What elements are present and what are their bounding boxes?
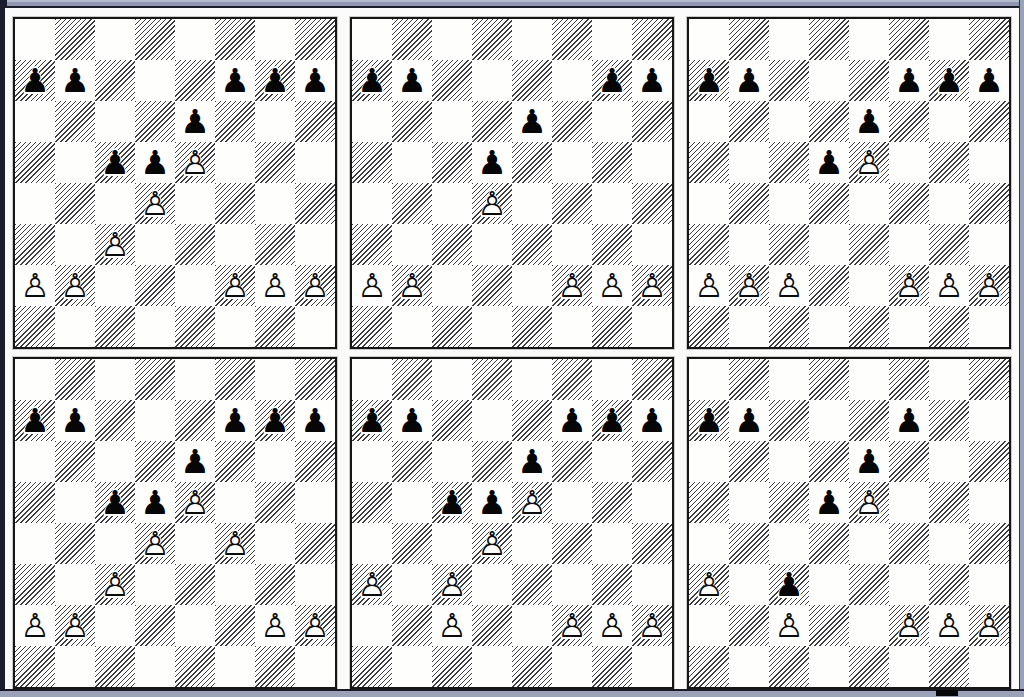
square: ♟♟ [632,60,672,101]
square: ♟♙ [432,564,472,605]
square [175,359,215,400]
square [215,19,255,60]
square [95,60,135,101]
white-pawn: ♟♙ [969,605,1009,646]
square [969,101,1009,142]
square [295,482,335,523]
square [255,142,295,183]
square [729,142,769,183]
square [55,359,95,400]
square [295,306,335,347]
black-pawn: ♟♟ [512,441,552,482]
square [552,482,592,523]
square [769,101,809,142]
square [55,142,95,183]
square [512,646,552,687]
chess-board: ♟♟♟♟♟♟♟♟♟♟♟♟♟♟♟♟♟♙♟♙♟♙♟♙♟♙♟♙♟♙♟♙ [15,19,335,347]
square [889,523,929,564]
square [432,101,472,142]
square [295,183,335,224]
square [472,441,512,482]
square [552,60,592,101]
square [592,441,632,482]
square [215,441,255,482]
square [295,441,335,482]
window-bottom-edge [0,689,1024,697]
square [689,142,729,183]
square: ♟♙ [552,605,592,646]
square [769,359,809,400]
white-pawn: ♟♙ [849,482,889,523]
square: ♟♟ [472,142,512,183]
square [849,306,889,347]
square [352,19,392,60]
square [809,19,849,60]
square [175,306,215,347]
square [849,646,889,687]
square [889,183,929,224]
square [352,359,392,400]
square [352,101,392,142]
chess-board: ♟♟♟♟♟♟♟♟♟♟♟♟♟♟♟♟♟♙♟♙♟♙♟♙♟♙♟♙♟♙♟♙ [15,359,335,687]
square: ♟♙ [352,265,392,306]
square [215,605,255,646]
square: ♟♙ [472,183,512,224]
black-pawn: ♟♟ [295,60,335,101]
square [255,19,295,60]
square [969,306,1009,347]
square: ♟♟ [689,400,729,441]
square [55,441,95,482]
black-pawn: ♟♟ [592,60,632,101]
square: ♟♟ [295,60,335,101]
square: ♟♟ [512,441,552,482]
black-pawn: ♟♟ [135,482,175,523]
square [352,482,392,523]
square [512,60,552,101]
square [689,523,729,564]
square [969,564,1009,605]
square [295,224,335,265]
square [392,224,432,265]
square [472,605,512,646]
square [392,306,432,347]
square [15,482,55,523]
square [969,646,1009,687]
square [135,265,175,306]
black-pawn: ♟♟ [15,60,55,101]
square: ♟♙ [295,605,335,646]
square [889,564,929,605]
square [392,183,432,224]
square: ♟♟ [809,482,849,523]
square [295,19,335,60]
square [552,359,592,400]
square: ♟♟ [352,60,392,101]
square: ♟♟ [95,142,135,183]
chess-board: ♟♟♟♟♟♟♟♟♟♟♟♙♟♙♟♟♟♙♟♙♟♙♟♙ [689,359,1009,687]
black-pawn: ♟♟ [95,482,135,523]
square [175,646,215,687]
square: ♟♟ [809,142,849,183]
square [849,224,889,265]
square [15,19,55,60]
white-pawn: ♟♙ [849,142,889,183]
square [809,224,849,265]
square [95,400,135,441]
white-pawn: ♟♙ [432,564,472,605]
square: ♟♟ [135,142,175,183]
square: ♟♟ [432,482,472,523]
square [135,400,175,441]
square [215,646,255,687]
square [255,359,295,400]
square: ♟♙ [889,605,929,646]
square [55,19,95,60]
square [135,564,175,605]
square [175,523,215,564]
black-pawn: ♟♟ [472,142,512,183]
square [632,482,672,523]
white-pawn: ♟♙ [592,605,632,646]
white-pawn: ♟♙ [729,265,769,306]
square [95,306,135,347]
square [295,142,335,183]
square [512,564,552,605]
white-pawn: ♟♙ [215,265,255,306]
square [809,564,849,605]
black-pawn: ♟♟ [889,400,929,441]
black-pawn: ♟♟ [552,400,592,441]
white-pawn: ♟♙ [175,482,215,523]
square: ♟♙ [175,482,215,523]
square [512,142,552,183]
square: ♟♙ [95,224,135,265]
square [969,142,1009,183]
white-pawn: ♟♙ [632,265,672,306]
square: ♟♟ [175,441,215,482]
square: ♟♙ [215,265,255,306]
square [255,224,295,265]
square: ♟♙ [472,523,512,564]
square: ♟♟ [729,400,769,441]
square [729,564,769,605]
square [175,605,215,646]
square [969,400,1009,441]
square: ♟♟ [512,101,552,142]
square [472,306,512,347]
square [215,142,255,183]
square [472,224,512,265]
square [689,19,729,60]
square [175,224,215,265]
black-pawn: ♟♟ [352,400,392,441]
square [552,564,592,605]
square [889,482,929,523]
square [889,359,929,400]
black-pawn: ♟♟ [809,142,849,183]
square [512,224,552,265]
square [592,224,632,265]
square: ♟♙ [15,265,55,306]
white-pawn: ♟♙ [15,605,55,646]
black-pawn: ♟♟ [175,101,215,142]
scanned-page-window: ♟♟♟♟♟♟♟♟♟♟♟♟♟♟♟♟♟♙♟♙♟♙♟♙♟♙♟♙♟♙♟♙ ♟♟♟♟♟♟♟… [0,0,1024,697]
black-pawn: ♟♟ [392,60,432,101]
square [929,183,969,224]
square [95,646,135,687]
square [929,646,969,687]
square: ♟♟ [392,60,432,101]
square: ♟♟ [849,441,889,482]
square [809,265,849,306]
square [809,359,849,400]
square [592,523,632,564]
black-pawn: ♟♟ [472,482,512,523]
square [849,400,889,441]
square [929,523,969,564]
white-pawn: ♟♙ [512,482,552,523]
square [392,441,432,482]
square [689,101,729,142]
window-right-edge [1019,0,1024,697]
square: ♟♙ [432,605,472,646]
square: ♟♙ [729,265,769,306]
square [849,265,889,306]
square [849,605,889,646]
square [809,605,849,646]
square: ♟♙ [352,564,392,605]
square: ♟♟ [215,400,255,441]
square [689,605,729,646]
square: ♟♙ [849,142,889,183]
square [15,183,55,224]
square [135,441,175,482]
square [512,265,552,306]
square [215,482,255,523]
square [295,359,335,400]
square [392,482,432,523]
square [552,19,592,60]
square [55,523,95,564]
square: ♟♟ [632,400,672,441]
black-pawn: ♟♟ [969,60,1009,101]
square: ♟♟ [295,400,335,441]
square: ♟♙ [295,265,335,306]
square [135,605,175,646]
square [769,183,809,224]
square [592,359,632,400]
square: ♟♟ [352,400,392,441]
black-pawn: ♟♟ [632,60,672,101]
white-pawn: ♟♙ [352,265,392,306]
square [472,359,512,400]
black-pawn: ♟♟ [689,400,729,441]
diagram-2: ♟♟♟♟♟♟♟♟♟♟♟♟♟♙♟♙♟♙♟♙♟♙♟♙ [350,17,674,349]
square [135,306,175,347]
square [592,564,632,605]
square [552,142,592,183]
square: ♟♟ [889,60,929,101]
square [552,183,592,224]
square [929,19,969,60]
square [809,400,849,441]
black-pawn: ♟♟ [95,142,135,183]
square [592,482,632,523]
square: ♟♟ [969,60,1009,101]
square [432,441,472,482]
square [849,183,889,224]
square: ♟♟ [15,60,55,101]
square [729,646,769,687]
square [55,101,95,142]
square [592,142,632,183]
square [729,101,769,142]
square [472,60,512,101]
diagram-4: ♟♟♟♟♟♟♟♟♟♟♟♟♟♟♟♟♟♙♟♙♟♙♟♙♟♙♟♙♟♙♟♙ [13,357,337,689]
square [729,224,769,265]
square [969,359,1009,400]
square: ♟♙ [135,523,175,564]
white-pawn: ♟♙ [255,265,295,306]
square [95,359,135,400]
white-pawn: ♟♙ [689,564,729,605]
square [929,564,969,605]
square [929,101,969,142]
square [55,183,95,224]
square [95,101,135,142]
black-pawn: ♟♟ [392,400,432,441]
square [255,306,295,347]
white-pawn: ♟♙ [889,265,929,306]
square [969,224,1009,265]
black-pawn: ♟♟ [55,400,95,441]
square [215,183,255,224]
square [95,523,135,564]
black-pawn: ♟♟ [295,400,335,441]
square: ♟♟ [95,482,135,523]
square [352,224,392,265]
square [352,605,392,646]
square [95,183,135,224]
square [295,523,335,564]
square [729,523,769,564]
square [55,224,95,265]
square [432,523,472,564]
square: ♟♙ [255,605,295,646]
square: ♟♙ [512,482,552,523]
scrollbar-thumb[interactable] [936,690,958,696]
white-pawn: ♟♙ [929,605,969,646]
square [472,646,512,687]
square: ♟♙ [15,605,55,646]
square: ♟♟ [55,60,95,101]
square [255,183,295,224]
square [215,564,255,605]
black-pawn: ♟♟ [769,564,809,605]
square [689,306,729,347]
square [215,306,255,347]
white-pawn: ♟♙ [472,523,512,564]
square: ♟♙ [929,265,969,306]
square [352,142,392,183]
white-pawn: ♟♙ [769,605,809,646]
white-pawn: ♟♙ [135,523,175,564]
square [929,306,969,347]
square [849,564,889,605]
square: ♟♙ [889,265,929,306]
square [889,101,929,142]
chess-board: ♟♟♟♟♟♟♟♟♟♟♟♟♟♟♟♙♟♙♟♙♟♙♟♙♟♙♟♙ [689,19,1009,347]
square [689,441,729,482]
square [769,441,809,482]
black-pawn: ♟♟ [889,60,929,101]
square [432,265,472,306]
square [552,646,592,687]
square [769,400,809,441]
square: ♟♙ [632,605,672,646]
white-pawn: ♟♙ [295,605,335,646]
square [729,359,769,400]
white-pawn: ♟♙ [352,564,392,605]
square [552,441,592,482]
square: ♟♙ [552,265,592,306]
square: ♟♙ [689,265,729,306]
black-pawn: ♟♟ [929,60,969,101]
white-pawn: ♟♙ [432,605,472,646]
square [809,60,849,101]
square [175,183,215,224]
square [432,400,472,441]
square: ♟♙ [255,265,295,306]
square: ♟♙ [135,183,175,224]
square [592,183,632,224]
square [809,523,849,564]
square [392,646,432,687]
square [15,306,55,347]
black-pawn: ♟♟ [352,60,392,101]
black-pawn: ♟♟ [432,482,472,523]
square [632,183,672,224]
square [15,101,55,142]
white-pawn: ♟♙ [552,265,592,306]
square [215,359,255,400]
black-pawn: ♟♟ [849,101,889,142]
black-pawn: ♟♟ [55,60,95,101]
square [552,101,592,142]
square [215,224,255,265]
white-pawn: ♟♙ [552,605,592,646]
square: ♟♟ [255,60,295,101]
square: ♟♙ [969,265,1009,306]
square: ♟♟ [889,400,929,441]
square: ♟♟ [769,564,809,605]
square: ♟♟ [849,101,889,142]
square [849,359,889,400]
white-pawn: ♟♙ [929,265,969,306]
square [632,142,672,183]
square: ♟♙ [632,265,672,306]
black-pawn: ♟♟ [215,400,255,441]
square [512,183,552,224]
square [392,605,432,646]
white-pawn: ♟♙ [769,265,809,306]
square [392,19,432,60]
square: ♟♙ [392,265,432,306]
square [689,646,729,687]
square: ♟♙ [969,605,1009,646]
square [15,646,55,687]
